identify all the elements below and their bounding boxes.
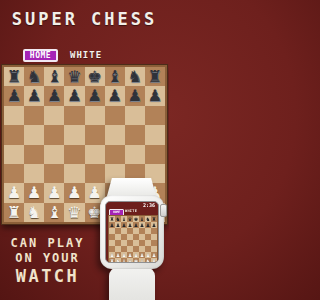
square-e6[interactable] (85, 106, 105, 125)
square-a8[interactable]: ♜ (4, 67, 24, 86)
apple-watch: 2:36 HOME WHITE ♜♞♝♛♚♝♞♜♟♟♟♟♟♟♟♟♟♟♟♟♟♟♟♟… (96, 176, 169, 300)
square-f5[interactable] (105, 125, 125, 144)
square-a3[interactable] (4, 164, 24, 183)
square-d1[interactable]: ♛ (64, 203, 84, 222)
square-b7[interactable]: ♟ (24, 86, 44, 105)
square-b5[interactable] (24, 125, 44, 144)
square-d2[interactable]: ♟ (64, 183, 84, 202)
piece-black-pawn: ♟ (44, 86, 64, 105)
app-title: SUPER CHESS (0, 9, 169, 29)
square-e7[interactable]: ♟ (85, 86, 105, 105)
square-c3[interactable] (44, 164, 64, 183)
square-b1[interactable]: ♞ (24, 203, 44, 222)
square-c8[interactable]: ♝ (44, 67, 64, 86)
square-a6[interactable] (4, 106, 24, 125)
square-a2[interactable]: ♟ (4, 183, 24, 202)
piece-white-pawn: ♟ (24, 183, 44, 202)
square-e5[interactable] (85, 125, 105, 144)
watch-chessboard: ♜♞♝♛♚♝♞♜♟♟♟♟♟♟♟♟♟♟♟♟♟♟♟♟♜♞♝♛♚♝♞♜ (108, 215, 158, 263)
piece-black-bishop: ♝ (44, 67, 64, 86)
piece-white-queen: ♛ (64, 203, 84, 222)
piece-white-pawn: ♟ (4, 183, 24, 202)
square-g5[interactable] (125, 125, 145, 144)
square-c2[interactable]: ♟ (44, 183, 64, 202)
piece-black-pawn: ♟ (125, 86, 145, 105)
piece-black-pawn: ♟ (85, 86, 105, 105)
caption-line-3: WATCH (0, 267, 95, 286)
watch-screen: 2:36 HOME WHITE ♜♞♝♛♚♝♞♜♟♟♟♟♟♟♟♟♟♟♟♟♟♟♟♟… (105, 201, 159, 263)
watch-case: 2:36 HOME WHITE ♜♞♝♛♚♝♞♜♟♟♟♟♟♟♟♟♟♟♟♟♟♟♟♟… (100, 195, 164, 269)
square-d4[interactable] (64, 145, 84, 164)
piece-black-pawn: ♟ (24, 86, 44, 105)
marketing-caption: CAN PLAY ON YOUR WATCH (0, 236, 95, 286)
watch-strap-top (107, 178, 156, 196)
piece-white-bishop: ♝ (44, 203, 64, 222)
watch-crown (160, 204, 167, 217)
square-d3[interactable] (64, 164, 84, 183)
watch-home-label: HOME (113, 211, 120, 214)
app-store-screenshot: { "game": "chess", "position": "rnbqkbnr… (0, 0, 169, 300)
square-h8[interactable]: ♜ (145, 67, 165, 86)
square-f8[interactable]: ♝ (105, 67, 125, 86)
square-e4[interactable] (85, 145, 105, 164)
square-a5[interactable] (4, 125, 24, 144)
piece-white-pawn: ♟ (64, 183, 84, 202)
piece-white-pawn: ♟ (44, 183, 64, 202)
square-h6[interactable] (145, 106, 165, 125)
square-b6[interactable] (24, 106, 44, 125)
piece-white-knight: ♞ (24, 203, 44, 222)
piece-black-bishop: ♝ (105, 67, 125, 86)
square-c5[interactable] (44, 125, 64, 144)
caption-line-2: ON YOUR (0, 251, 95, 266)
square-c6[interactable] (44, 106, 64, 125)
square-a1[interactable]: ♜ (4, 203, 24, 222)
piece-black-knight: ♞ (125, 67, 145, 86)
square-d7[interactable]: ♟ (64, 86, 84, 105)
square-f4[interactable] (105, 145, 125, 164)
watch-clock: 2:36 (143, 203, 155, 208)
piece-black-rook: ♜ (145, 67, 165, 86)
square-a7[interactable]: ♟ (4, 86, 24, 105)
piece-black-knight: ♞ (24, 67, 44, 86)
piece-black-pawn: ♟ (105, 86, 125, 105)
square-g8[interactable]: ♞ (125, 67, 145, 86)
watch-square-h1: ♜ (151, 258, 157, 263)
piece-white-rook: ♜ (4, 203, 24, 222)
square-c1[interactable]: ♝ (44, 203, 64, 222)
square-h7[interactable]: ♟ (145, 86, 165, 105)
square-f6[interactable] (105, 106, 125, 125)
home-button[interactable]: HOME (23, 49, 58, 62)
piece-black-pawn: ♟ (4, 86, 24, 105)
piece-black-king: ♚ (85, 67, 105, 86)
square-g6[interactable] (125, 106, 145, 125)
square-d8[interactable]: ♛ (64, 67, 84, 86)
piece-black-pawn: ♟ (64, 86, 84, 105)
square-b4[interactable] (24, 145, 44, 164)
square-c4[interactable] (44, 145, 64, 164)
square-g7[interactable]: ♟ (125, 86, 145, 105)
home-button-label: HOME (30, 52, 51, 60)
turn-indicator: WHITE (70, 51, 102, 60)
square-d6[interactable] (64, 106, 84, 125)
piece-black-pawn: ♟ (145, 86, 165, 105)
square-f7[interactable]: ♟ (105, 86, 125, 105)
square-b3[interactable] (24, 164, 44, 183)
square-h5[interactable] (145, 125, 165, 144)
caption-line-1: CAN PLAY (0, 236, 95, 251)
square-b8[interactable]: ♞ (24, 67, 44, 86)
square-a4[interactable] (4, 145, 24, 164)
watch-turn-indicator: WHITE (125, 210, 137, 214)
square-e8[interactable]: ♚ (85, 67, 105, 86)
square-h4[interactable] (145, 145, 165, 164)
square-d5[interactable] (64, 125, 84, 144)
watch-piece-white-rook: ♜ (151, 258, 157, 263)
square-g4[interactable] (125, 145, 145, 164)
square-b2[interactable]: ♟ (24, 183, 44, 202)
piece-black-queen: ♛ (64, 67, 84, 86)
piece-black-rook: ♜ (4, 67, 24, 86)
square-c7[interactable]: ♟ (44, 86, 64, 105)
watch-strap-bottom (109, 267, 155, 300)
